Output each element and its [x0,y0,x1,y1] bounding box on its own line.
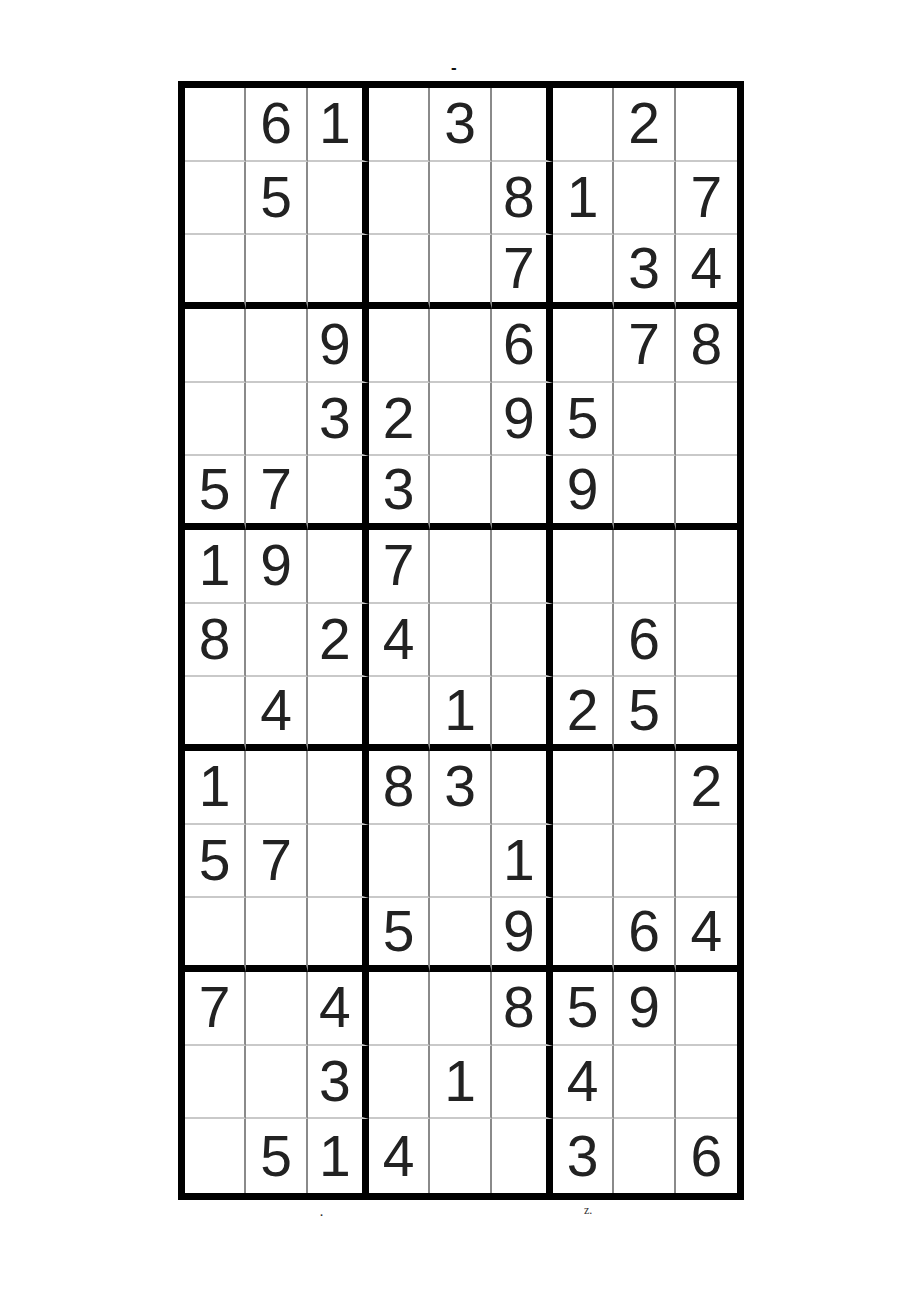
cell-r14c2 [246,1046,307,1120]
cell-r7c3 [308,530,369,604]
cell-r2c6: 8 [492,162,553,236]
cell-r6c5 [430,456,491,530]
cell-r7c9 [676,530,737,604]
cell-r12c6: 9 [492,898,553,972]
cell-r13c5 [430,972,491,1046]
cell-r11c3 [308,825,369,899]
cell-r8c5 [430,604,491,678]
cell-r12c3 [308,898,369,972]
cell-r13c2 [246,972,307,1046]
cell-r3c2 [246,235,307,309]
cell-r1c4 [369,88,430,162]
cell-r10c6 [492,751,553,825]
cell-r5c1 [185,383,246,457]
cell-r15c1 [185,1119,246,1193]
cell-r12c8: 6 [614,898,675,972]
cell-r5c8 [614,383,675,457]
cell-r7c1: 1 [185,530,246,604]
cell-r11c5 [430,825,491,899]
cell-r7c2: 9 [246,530,307,604]
sudoku-board: 6132581773496783295573919782464125183257… [178,81,744,1200]
cell-r6c4: 3 [369,456,430,530]
cell-r3c1 [185,235,246,309]
cell-r10c5: 3 [430,751,491,825]
cell-r2c8 [614,162,675,236]
cell-r2c4 [369,162,430,236]
cell-r1c9 [676,88,737,162]
cell-r9c5: 1 [430,677,491,751]
cell-r2c1 [185,162,246,236]
cell-r1c2: 6 [246,88,307,162]
cell-r15c8 [614,1119,675,1193]
cell-r8c1: 8 [185,604,246,678]
print-artifact-top-dash: - [451,58,457,78]
cell-r15c6 [492,1119,553,1193]
cell-r6c9 [676,456,737,530]
cell-r8c4: 4 [369,604,430,678]
print-artifact-bottom-right-z: z. [584,1203,592,1218]
cell-r5c3: 3 [308,383,369,457]
cell-r9c1 [185,677,246,751]
cell-r12c7 [553,898,614,972]
cell-r12c9: 4 [676,898,737,972]
cell-r1c1 [185,88,246,162]
cell-r1c8: 2 [614,88,675,162]
cell-r12c4: 5 [369,898,430,972]
cell-r2c5 [430,162,491,236]
cell-r14c1 [185,1046,246,1120]
cell-r9c6 [492,677,553,751]
cell-r3c6: 7 [492,235,553,309]
cell-r11c9 [676,825,737,899]
cell-r3c4 [369,235,430,309]
cell-r11c7 [553,825,614,899]
page: - 61325817734967832955739197824641251832… [0,0,920,1302]
cell-r14c7: 4 [553,1046,614,1120]
cell-r10c3 [308,751,369,825]
cell-r14c3: 3 [308,1046,369,1120]
cell-r2c9: 7 [676,162,737,236]
cell-r1c7 [553,88,614,162]
cell-r11c8 [614,825,675,899]
cell-r14c8 [614,1046,675,1120]
cell-r4c5 [430,309,491,383]
cell-r9c9 [676,677,737,751]
cell-r9c7: 2 [553,677,614,751]
cell-r4c7 [553,309,614,383]
cell-r10c1: 1 [185,751,246,825]
cell-r12c1 [185,898,246,972]
cell-r4c9: 8 [676,309,737,383]
cell-r12c5 [430,898,491,972]
cell-r15c2: 5 [246,1119,307,1193]
cell-r12c2 [246,898,307,972]
cell-r10c2 [246,751,307,825]
cell-r1c3: 1 [308,88,369,162]
cell-r6c3 [308,456,369,530]
cell-r13c6: 8 [492,972,553,1046]
cell-r5c7: 5 [553,383,614,457]
cell-r5c6: 9 [492,383,553,457]
cell-r4c2 [246,309,307,383]
cell-r3c3 [308,235,369,309]
cell-r3c7 [553,235,614,309]
print-artifact-bottom-left-dot: . [320,1206,323,1218]
cell-r5c2 [246,383,307,457]
cell-r4c1 [185,309,246,383]
cell-r8c7 [553,604,614,678]
cell-r7c5 [430,530,491,604]
cell-r13c9 [676,972,737,1046]
cell-r13c4 [369,972,430,1046]
cell-r9c4 [369,677,430,751]
cell-r1c6 [492,88,553,162]
cell-r6c6 [492,456,553,530]
cell-r4c3: 9 [308,309,369,383]
cell-r3c8: 3 [614,235,675,309]
cell-r7c7 [553,530,614,604]
cell-r9c2: 4 [246,677,307,751]
cell-r15c3: 1 [308,1119,369,1193]
cell-r14c5: 1 [430,1046,491,1120]
cell-r13c1: 7 [185,972,246,1046]
cell-r11c2: 7 [246,825,307,899]
cell-r15c7: 3 [553,1119,614,1193]
cell-r1c5: 3 [430,88,491,162]
cell-r15c4: 4 [369,1119,430,1193]
cell-r3c9: 4 [676,235,737,309]
cell-r4c8: 7 [614,309,675,383]
cell-r9c8: 5 [614,677,675,751]
cell-r6c8 [614,456,675,530]
cell-r11c1: 5 [185,825,246,899]
cell-r2c7: 1 [553,162,614,236]
cell-r8c9 [676,604,737,678]
cell-r8c6 [492,604,553,678]
cell-r10c7 [553,751,614,825]
cell-r13c8: 9 [614,972,675,1046]
cell-r5c5 [430,383,491,457]
cell-r4c4 [369,309,430,383]
cell-r7c8 [614,530,675,604]
cell-r6c7: 9 [553,456,614,530]
cell-r5c9 [676,383,737,457]
cell-r10c8 [614,751,675,825]
cell-r9c3 [308,677,369,751]
cell-r2c3 [308,162,369,236]
cell-r3c5 [430,235,491,309]
cell-r7c6 [492,530,553,604]
cell-r14c6 [492,1046,553,1120]
cell-r15c5 [430,1119,491,1193]
cell-r11c6: 1 [492,825,553,899]
cell-r4c6: 6 [492,309,553,383]
cell-r7c4: 7 [369,530,430,604]
cell-r6c1: 5 [185,456,246,530]
cell-r8c3: 2 [308,604,369,678]
cell-r14c4 [369,1046,430,1120]
cell-r5c4: 2 [369,383,430,457]
cell-r8c2 [246,604,307,678]
cell-r10c4: 8 [369,751,430,825]
cell-r2c2: 5 [246,162,307,236]
cell-r8c8: 6 [614,604,675,678]
cell-r6c2: 7 [246,456,307,530]
cell-r14c9 [676,1046,737,1120]
cell-r10c9: 2 [676,751,737,825]
cell-r11c4 [369,825,430,899]
cell-r15c9: 6 [676,1119,737,1193]
cell-r13c7: 5 [553,972,614,1046]
cell-r13c3: 4 [308,972,369,1046]
